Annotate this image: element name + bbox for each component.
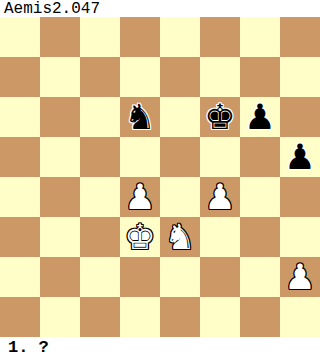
square-e3[interactable]: ♞ (160, 217, 200, 257)
square-g6[interactable]: ♟ (240, 97, 280, 137)
square-g4[interactable] (240, 177, 280, 217)
square-b8[interactable] (40, 17, 80, 57)
square-f6[interactable]: ♚ (200, 97, 240, 137)
chess-board: ♞♚♟♟♟♟♚♞♟ (0, 17, 320, 337)
square-c4[interactable] (80, 177, 120, 217)
square-e8[interactable] (160, 17, 200, 57)
square-h4[interactable] (280, 177, 320, 217)
white-king[interactable]: ♚ (124, 217, 155, 257)
square-c2[interactable] (80, 257, 120, 297)
square-h1[interactable] (280, 297, 320, 337)
black-pawn[interactable]: ♟ (284, 137, 315, 177)
square-g7[interactable] (240, 57, 280, 97)
black-pawn[interactable]: ♟ (244, 97, 275, 137)
square-b4[interactable] (40, 177, 80, 217)
square-a7[interactable] (0, 57, 40, 97)
square-d8[interactable] (120, 17, 160, 57)
square-e5[interactable] (160, 137, 200, 177)
square-f4[interactable]: ♟ (200, 177, 240, 217)
square-f2[interactable] (200, 257, 240, 297)
square-b5[interactable] (40, 137, 80, 177)
square-c5[interactable] (80, 137, 120, 177)
square-e2[interactable] (160, 257, 200, 297)
square-g8[interactable] (240, 17, 280, 57)
white-knight[interactable]: ♞ (164, 217, 195, 257)
diagram-title: Aemis2.047 (4, 1, 100, 17)
square-b1[interactable] (40, 297, 80, 337)
square-a3[interactable] (0, 217, 40, 257)
square-h3[interactable] (280, 217, 320, 257)
square-a1[interactable] (0, 297, 40, 337)
square-b3[interactable] (40, 217, 80, 257)
square-c8[interactable] (80, 17, 120, 57)
square-c6[interactable] (80, 97, 120, 137)
square-g3[interactable] (240, 217, 280, 257)
square-e6[interactable] (160, 97, 200, 137)
square-d4[interactable]: ♟ (120, 177, 160, 217)
square-d6[interactable]: ♞ (120, 97, 160, 137)
square-e7[interactable] (160, 57, 200, 97)
square-h5[interactable]: ♟ (280, 137, 320, 177)
square-a8[interactable] (0, 17, 40, 57)
white-pawn[interactable]: ♟ (124, 177, 155, 217)
white-pawn[interactable]: ♟ (284, 257, 315, 297)
square-h6[interactable] (280, 97, 320, 137)
square-a5[interactable] (0, 137, 40, 177)
square-h2[interactable]: ♟ (280, 257, 320, 297)
square-f3[interactable] (200, 217, 240, 257)
square-b6[interactable] (40, 97, 80, 137)
black-knight[interactable]: ♞ (124, 97, 155, 137)
square-b2[interactable] (40, 257, 80, 297)
square-d1[interactable] (120, 297, 160, 337)
square-h8[interactable] (280, 17, 320, 57)
square-c3[interactable] (80, 217, 120, 257)
square-f1[interactable] (200, 297, 240, 337)
square-d5[interactable] (120, 137, 160, 177)
square-a2[interactable] (0, 257, 40, 297)
square-c7[interactable] (80, 57, 120, 97)
square-a6[interactable] (0, 97, 40, 137)
square-d2[interactable] (120, 257, 160, 297)
move-prompt: 1. ? (8, 339, 49, 357)
square-d7[interactable] (120, 57, 160, 97)
square-b7[interactable] (40, 57, 80, 97)
square-c1[interactable] (80, 297, 120, 337)
square-e4[interactable] (160, 177, 200, 217)
square-e1[interactable] (160, 297, 200, 337)
square-g1[interactable] (240, 297, 280, 337)
black-king[interactable]: ♚ (204, 97, 235, 137)
square-h7[interactable] (280, 57, 320, 97)
square-a4[interactable] (0, 177, 40, 217)
square-f7[interactable] (200, 57, 240, 97)
square-d3[interactable]: ♚ (120, 217, 160, 257)
square-g2[interactable] (240, 257, 280, 297)
square-f5[interactable] (200, 137, 240, 177)
square-f8[interactable] (200, 17, 240, 57)
white-pawn[interactable]: ♟ (204, 177, 235, 217)
square-g5[interactable] (240, 137, 280, 177)
